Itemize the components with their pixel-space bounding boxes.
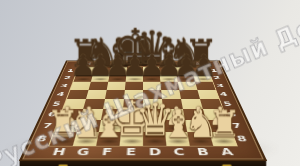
brass-hinge-left bbox=[59, 165, 68, 166]
file-label-e: E bbox=[118, 146, 143, 159]
file-label-g: G bbox=[69, 146, 96, 159]
file-label-f: F bbox=[94, 146, 120, 159]
pieces-layer: ♜♞♝♚♛♝♞♜♟♟♟♟♟♟♟♟♟♟♟♟♟♟♟♟♜♞♝♚♛♝♞♜ bbox=[49, 67, 236, 146]
file-label-c: C bbox=[166, 146, 192, 159]
light-rook-glyph: ♜ bbox=[208, 106, 241, 142]
chess-board: HGFEDCBA 12345678 12345678 HGFEDCBA ♜♞♝♚… bbox=[19, 61, 267, 162]
file-labels-near: HGFEDCBA bbox=[45, 146, 242, 159]
brass-hinge-right bbox=[222, 165, 231, 166]
file-label-a: A bbox=[213, 146, 241, 159]
board-front-edge bbox=[20, 159, 267, 166]
file-label-d: D bbox=[143, 146, 168, 159]
product-photo: HGFEDCBA 12345678 12345678 HGFEDCBA ♜♞♝♚… bbox=[0, 0, 300, 166]
dark-pawn-glyph: ♟ bbox=[190, 51, 216, 80]
